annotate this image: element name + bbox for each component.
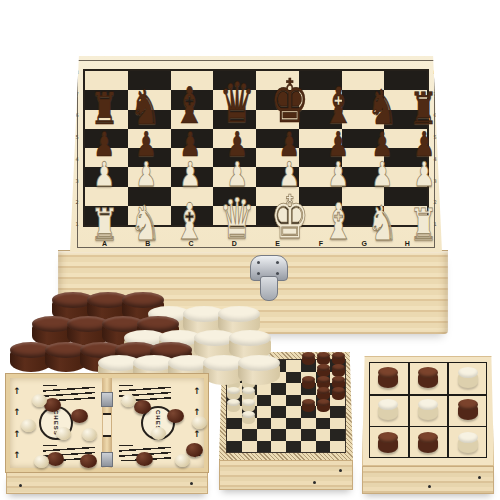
mini-square: [242, 406, 257, 418]
mini-square: [242, 418, 257, 430]
board-square: [171, 90, 214, 109]
sling-puck-white: [82, 428, 97, 441]
mini-square: [286, 406, 301, 418]
rank-label: 1: [75, 221, 78, 227]
board-square: [256, 167, 299, 186]
board-square: [384, 167, 427, 186]
mini-square: [227, 383, 242, 395]
rank-label: 3: [75, 178, 78, 184]
board-square: [342, 167, 385, 186]
clasp-hook: [260, 276, 278, 301]
sling-puck-game: ↑↑↑↑ CHESS ↑↑↑← CHESS: [6, 374, 208, 472]
mini-square: [257, 429, 272, 441]
wood-knot: [478, 476, 481, 479]
board-square: [213, 206, 256, 225]
board-square: [128, 129, 171, 148]
rank-label: 7: [433, 91, 436, 97]
mini-square: [286, 395, 301, 407]
sling-puck-white: [21, 419, 36, 432]
sling-puck-brown: [134, 400, 151, 414]
board-square: [213, 71, 256, 90]
mini-square: [227, 372, 242, 384]
board-square: [342, 129, 385, 148]
mini-square: [257, 406, 272, 418]
wood-knot: [428, 485, 431, 488]
mini-square: [301, 372, 316, 384]
product-photo-scene: ABCDEFGH 87654321 87654321 ♜♞♝♛♚♝♞♜♟♟♟♟♟…: [0, 0, 500, 500]
sling-puck-white: [192, 416, 207, 429]
board-square: [213, 90, 256, 109]
sling-puck-brown: [167, 409, 184, 423]
board-square: [85, 206, 128, 225]
board-square: [85, 110, 128, 129]
file-label: C: [170, 240, 213, 247]
mini-square: [227, 360, 242, 372]
mini-square: [257, 372, 272, 384]
mini-square: [301, 429, 316, 441]
mini-square: [286, 372, 301, 384]
chess-box-lid: ABCDEFGH 87654321 87654321: [70, 56, 442, 252]
rank-label: 5: [433, 134, 436, 140]
board-square: [256, 71, 299, 90]
mini-checkers-box-side: [219, 460, 353, 490]
mini-square: [316, 383, 331, 395]
file-label: D: [213, 240, 256, 247]
board-square: [342, 71, 385, 90]
rank-label: 3: [433, 178, 436, 184]
rank-label: 6: [433, 112, 436, 118]
file-label: G: [343, 240, 386, 247]
board-square: [256, 187, 299, 206]
wood-knot: [190, 482, 193, 485]
sling-tray-side: [6, 472, 208, 494]
mini-square: [286, 383, 301, 395]
mini-square: [316, 395, 331, 407]
sling-puck-brown: [186, 443, 203, 457]
board-square: [256, 129, 299, 148]
board-square: [85, 129, 128, 148]
file-labels: ABCDEFGH: [83, 240, 429, 247]
board-square: [256, 148, 299, 167]
tic-tac-toe-grid: [369, 362, 487, 458]
board-square: [171, 148, 214, 167]
mini-square: [316, 429, 331, 441]
rank-label: 7: [75, 91, 78, 97]
board-square: [128, 167, 171, 186]
board-square: [299, 129, 342, 148]
mini-square: [257, 360, 272, 372]
ttt-gridline: [370, 394, 486, 396]
mini-square: [227, 395, 242, 407]
tic-tac-toe-board: [362, 356, 494, 466]
mini-square: [271, 441, 286, 453]
rank-labels-right: 87654321: [431, 69, 439, 227]
sling-half-left: ↑↑↑↑ CHESS: [10, 378, 102, 468]
board-square: [171, 167, 214, 186]
board-square: [256, 90, 299, 109]
board-square: [342, 148, 385, 167]
rank-labels-left: 87654321: [73, 69, 81, 227]
mini-checkers-board: [219, 352, 353, 460]
file-label: A: [83, 240, 126, 247]
mini-square: [271, 360, 286, 372]
board-square: [171, 129, 214, 148]
mini-square: [301, 360, 316, 372]
mini-square: [330, 429, 345, 441]
file-label: B: [126, 240, 169, 247]
mini-square: [330, 360, 345, 372]
board-square: [171, 187, 214, 206]
mini-square: [316, 406, 331, 418]
board-square: [342, 206, 385, 225]
arrow-mark: ↑: [13, 386, 21, 396]
mini-square: [271, 383, 286, 395]
mini-square: [242, 360, 257, 372]
board-square: [85, 90, 128, 109]
mini-square: [286, 429, 301, 441]
arrow-mark: ↑: [13, 407, 21, 417]
mini-square: [301, 441, 316, 453]
sling-puck-brown: [71, 409, 88, 423]
mini-square: [316, 418, 331, 430]
stacked-checker-white: [159, 330, 201, 360]
ttt-gridline: [447, 363, 449, 457]
hinge-icon: [101, 452, 113, 467]
stacked-checker-dark: [10, 342, 52, 372]
mini-checkers-grid: [226, 359, 346, 453]
board-square: [128, 110, 171, 129]
mini-square: [257, 395, 272, 407]
rank-label: 2: [433, 199, 436, 205]
board-square: [299, 71, 342, 90]
file-label: H: [386, 240, 429, 247]
mini-square: [257, 418, 272, 430]
metal-clasp-icon: [250, 255, 288, 301]
board-square: [342, 187, 385, 206]
rank-label: 8: [433, 69, 436, 75]
mini-square: [242, 441, 257, 453]
stacked-checker-dark: [80, 342, 122, 372]
sling-goal-slot: [103, 413, 111, 437]
board-square: [342, 110, 385, 129]
board-square: [128, 187, 171, 206]
mini-square: [271, 429, 286, 441]
board-square: [128, 148, 171, 167]
mini-square: [271, 395, 286, 407]
board-square: [256, 206, 299, 225]
arrow-mark: ↑: [13, 429, 21, 439]
rank-label: 6: [75, 112, 78, 118]
mini-square: [301, 395, 316, 407]
mini-square: [330, 406, 345, 418]
wood-knot: [339, 469, 342, 472]
board-square: [171, 206, 214, 225]
mini-square: [316, 372, 331, 384]
sling-puck-white: [56, 427, 71, 440]
mini-square: [271, 372, 286, 384]
wood-knot: [313, 481, 316, 484]
board-square: [384, 90, 427, 109]
rank-label: 8: [75, 69, 78, 75]
board-square: [128, 206, 171, 225]
board-square: [384, 71, 427, 90]
ttt-gridline: [370, 426, 486, 428]
wood-knot: [19, 484, 22, 487]
rank-label: 1: [433, 221, 436, 227]
mini-square: [242, 372, 257, 384]
stacked-checker-white: [124, 330, 166, 360]
sling-puck-white: [151, 427, 166, 440]
board-square: [299, 206, 342, 225]
arrow-mark: ↑: [13, 450, 21, 460]
stacked-checker-dark: [150, 342, 192, 372]
mini-square: [330, 372, 345, 384]
board-square: [171, 110, 214, 129]
board-square: [384, 129, 427, 148]
chess-board-grid: [83, 69, 429, 227]
board-square: [213, 148, 256, 167]
sling-puck-brown: [80, 454, 97, 468]
board-square: [299, 110, 342, 129]
board-square: [128, 90, 171, 109]
stacked-checker-dark: [45, 342, 87, 372]
board-square: [213, 110, 256, 129]
sling-puck-brown: [136, 452, 153, 466]
mini-square: [242, 429, 257, 441]
ttt-gridline: [408, 363, 410, 457]
board-square: [128, 71, 171, 90]
mini-square: [301, 406, 316, 418]
arrow-mark: ↑: [193, 429, 201, 439]
board-square: [384, 187, 427, 206]
board-square: [299, 148, 342, 167]
board-square: [213, 167, 256, 186]
board-square: [85, 148, 128, 167]
sling-puck-white: [34, 455, 49, 468]
mini-square: [227, 406, 242, 418]
file-label: F: [299, 240, 342, 247]
hinge-icon: [101, 392, 113, 407]
mini-square: [271, 418, 286, 430]
mini-square: [286, 418, 301, 430]
mini-square: [242, 383, 257, 395]
mini-square: [286, 360, 301, 372]
sling-half-right: ↑↑↑← CHESS: [112, 378, 204, 468]
mini-square: [227, 441, 242, 453]
board-square: [256, 110, 299, 129]
rank-label: 4: [433, 156, 436, 162]
mini-square: [286, 441, 301, 453]
board-square: [85, 167, 128, 186]
mini-square: [330, 418, 345, 430]
sling-puck-brown: [47, 452, 64, 466]
mini-square: [330, 441, 345, 453]
board-square: [85, 71, 128, 90]
board-square: [213, 187, 256, 206]
sling-puck-white: [175, 454, 190, 467]
mini-square: [227, 429, 242, 441]
mini-square: [301, 383, 316, 395]
arrow-mark: ↑: [193, 386, 201, 396]
file-label: E: [256, 240, 299, 247]
board-square: [384, 206, 427, 225]
mini-square: [271, 406, 286, 418]
mini-square: [257, 383, 272, 395]
mini-square: [330, 395, 345, 407]
board-square: [299, 90, 342, 109]
board-square: [299, 187, 342, 206]
board-square: [384, 110, 427, 129]
ttt-box-side: [362, 466, 494, 494]
rank-label: 4: [75, 156, 78, 162]
board-square: [171, 71, 214, 90]
rank-label: 2: [75, 199, 78, 205]
mini-square: [316, 360, 331, 372]
mini-square: [257, 441, 272, 453]
mini-square: [242, 395, 257, 407]
board-square: [213, 129, 256, 148]
rank-label: 5: [75, 134, 78, 140]
board-square: [384, 148, 427, 167]
mini-square: [316, 441, 331, 453]
board-square: [299, 167, 342, 186]
board-square: [342, 90, 385, 109]
stacked-checker-dark: [115, 342, 157, 372]
mini-square: [330, 383, 345, 395]
mini-square: [227, 418, 242, 430]
mini-square: [301, 418, 316, 430]
board-square: [85, 187, 128, 206]
